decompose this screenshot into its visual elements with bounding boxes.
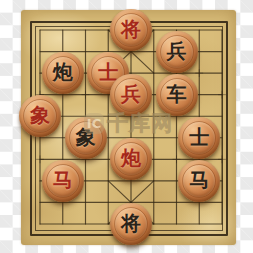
piece-chariot-black[interactable]: 车 (156, 74, 198, 116)
piece-soldier-red[interactable]: 兵 (110, 74, 152, 116)
piece-advisor-black[interactable]: 士 (178, 117, 220, 159)
piece-horse-black[interactable]: 马 (178, 160, 220, 202)
piece-character: 士 (189, 127, 209, 147)
piece-cannon-red[interactable]: 炮 (110, 138, 152, 180)
piece-elephant-black[interactable]: 象 (65, 117, 107, 159)
piece-character: 炮 (53, 62, 73, 82)
piece-character: 马 (189, 170, 209, 190)
piece-character: 将 (121, 213, 141, 233)
piece-character: 象 (76, 127, 96, 147)
pieces-layer: 将兵炮士兵车象象士炮马马将 (21, 10, 236, 245)
piece-character: 兵 (167, 41, 187, 61)
piece-general-red[interactable]: 将 (110, 9, 152, 51)
piece-general-black[interactable]: 将 (110, 203, 152, 245)
piece-character: 车 (167, 84, 187, 104)
piece-cannon-black[interactable]: 炮 (42, 52, 84, 94)
piece-character: 象 (30, 105, 50, 125)
xiangqi-board: 将兵炮士兵车象象士炮马马将 (21, 10, 236, 245)
xiangqi-illustration: 将兵炮士兵车象象士炮马马将 IC 千库网 (0, 0, 253, 253)
piece-character: 兵 (121, 84, 141, 104)
piece-character: 炮 (121, 148, 141, 168)
piece-soldier-black[interactable]: 兵 (156, 31, 198, 73)
piece-character: 马 (53, 170, 73, 190)
piece-elephant-red[interactable]: 象 (19, 95, 61, 137)
piece-horse-red[interactable]: 马 (42, 160, 84, 202)
piece-character: 将 (121, 19, 141, 39)
